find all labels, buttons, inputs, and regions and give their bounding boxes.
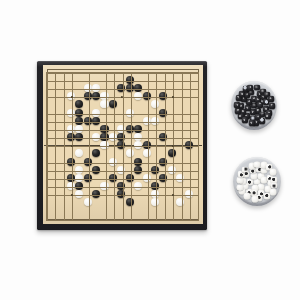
bowl-white-stone: [264, 193, 271, 200]
star-point: [172, 194, 174, 196]
bowl-white-stone: [241, 166, 248, 173]
black-stones-bowl: [231, 81, 277, 130]
bowl-white-stone: [270, 169, 277, 176]
bowl-white-stone: [250, 173, 257, 180]
bowl-black-stone: [234, 102, 241, 109]
product-photo: [0, 0, 300, 300]
star-point: [121, 145, 123, 147]
grid-lines: [46, 72, 200, 221]
star-point: [121, 96, 123, 98]
bowl-white-stone: [244, 193, 251, 200]
star-point: [121, 194, 123, 196]
bowl-white-stone: [252, 196, 259, 203]
star-point: [71, 145, 73, 147]
bowl-white-stone: [253, 161, 260, 168]
bowl-black-stone: [248, 120, 255, 127]
bowl-white-stone: [236, 184, 243, 191]
bowl-white-stone: [236, 177, 243, 184]
star-point: [71, 96, 73, 98]
star-point: [172, 96, 174, 98]
goban-grid: [41, 68, 201, 223]
bowl-black-stone: [268, 102, 275, 109]
star-point: [71, 194, 73, 196]
white-stones-bowl: [233, 157, 281, 206]
go-board: [37, 61, 207, 230]
bowl-black-stone: [242, 117, 249, 124]
star-point: [172, 145, 174, 147]
board-face: [43, 65, 203, 225]
bowl-black-stone: [264, 113, 271, 120]
